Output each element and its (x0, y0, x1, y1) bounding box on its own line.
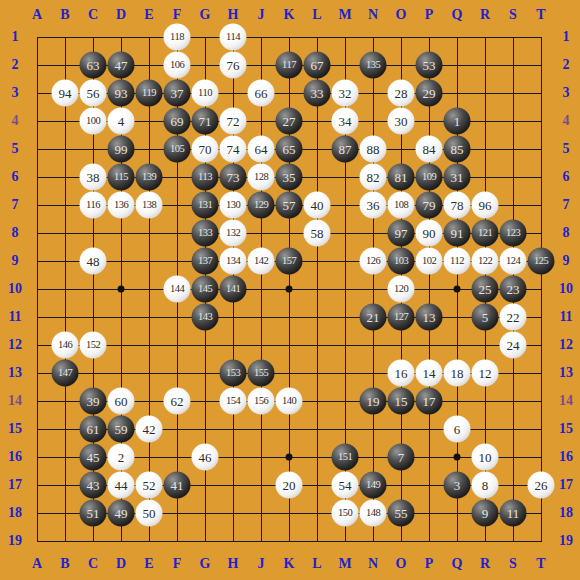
grid-line-vertical (317, 37, 318, 542)
stone-white-8-R17[interactable]: 8 (472, 472, 499, 499)
stone-black-9-R18[interactable]: 9 (472, 500, 499, 527)
row-label-right-5: 5 (563, 142, 570, 156)
stone-black-43-C17[interactable]: 43 (80, 472, 107, 499)
col-label-bottom-B: B (60, 557, 69, 571)
row-label-left-15: 15 (8, 422, 22, 436)
grid-line-horizontal (37, 541, 542, 542)
col-label-top-F: F (173, 8, 182, 22)
stone-white-108-O7[interactable]: 108 (388, 192, 415, 219)
stone-black-131-G7[interactable]: 131 (192, 192, 219, 219)
col-label-top-Q: Q (452, 8, 463, 22)
row-label-left-18: 18 (8, 506, 22, 520)
col-label-top-C: C (88, 8, 98, 22)
stone-white-38-C6[interactable]: 38 (80, 164, 107, 191)
col-label-bottom-F: F (173, 557, 182, 571)
stone-black-139-E6[interactable]: 139 (136, 164, 163, 191)
row-label-right-17: 17 (559, 478, 573, 492)
row-label-right-15: 15 (559, 422, 573, 436)
stone-white-34-M4[interactable]: 34 (332, 108, 359, 135)
col-label-bottom-P: P (425, 557, 434, 571)
stone-black-151-M16[interactable]: 151 (332, 444, 359, 471)
col-label-top-L: L (312, 8, 321, 22)
stone-white-122-R9[interactable]: 122 (472, 248, 499, 275)
stone-white-136-D7[interactable]: 136 (108, 192, 135, 219)
row-label-left-13: 13 (8, 366, 22, 380)
stone-white-148-N18[interactable]: 148 (360, 500, 387, 527)
col-label-top-E: E (144, 8, 153, 22)
col-label-bottom-A: A (32, 557, 42, 571)
stone-white-66-J3[interactable]: 66 (248, 80, 275, 107)
stone-black-23-S10[interactable]: 23 (500, 276, 527, 303)
star-point-K10 (286, 286, 293, 293)
stone-black-73-H6[interactable]: 73 (220, 164, 247, 191)
stone-white-62-F14[interactable]: 62 (164, 388, 191, 415)
go-board[interactable]: AABBCCDDEEFFGGHHJJKKLLMMNNOOPPQQRRSSTT11… (0, 0, 580, 580)
col-label-bottom-H: H (228, 557, 239, 571)
row-label-left-19: 19 (8, 534, 22, 548)
stone-white-24-S12[interactable]: 24 (500, 332, 527, 359)
stone-black-157-K9[interactable]: 157 (276, 248, 303, 275)
stone-white-116-C7[interactable]: 116 (80, 192, 107, 219)
stone-black-109-P6[interactable]: 109 (416, 164, 443, 191)
stone-white-36-N7[interactable]: 36 (360, 192, 387, 219)
stone-black-1-Q4[interactable]: 1 (444, 108, 471, 135)
row-label-right-10: 10 (559, 282, 573, 296)
star-point-Q16 (454, 454, 461, 461)
stone-black-5-R11[interactable]: 5 (472, 304, 499, 331)
stone-black-115-D6[interactable]: 115 (108, 164, 135, 191)
col-label-bottom-O: O (396, 557, 407, 571)
stone-white-146-B12[interactable]: 146 (52, 332, 79, 359)
row-label-left-17: 17 (8, 478, 22, 492)
stone-white-46-G16[interactable]: 46 (192, 444, 219, 471)
grid-line-vertical (541, 37, 542, 542)
row-label-right-3: 3 (563, 86, 570, 100)
col-label-bottom-M: M (338, 557, 351, 571)
stone-black-93-D3[interactable]: 93 (108, 80, 135, 107)
stone-black-99-D5[interactable]: 99 (108, 136, 135, 163)
row-label-left-12: 12 (8, 338, 22, 352)
row-label-left-6: 6 (12, 170, 19, 184)
stone-white-100-C4[interactable]: 100 (80, 108, 107, 135)
col-label-top-T: T (536, 8, 545, 22)
stone-black-155-J13[interactable]: 155 (248, 360, 275, 387)
stone-white-94-B3[interactable]: 94 (52, 80, 79, 107)
stone-white-16-O13[interactable]: 16 (388, 360, 415, 387)
stone-black-119-E3[interactable]: 119 (136, 80, 163, 107)
col-label-bottom-J: J (258, 557, 265, 571)
row-label-left-5: 5 (12, 142, 19, 156)
col-label-bottom-C: C (88, 557, 98, 571)
stone-black-141-H10[interactable]: 141 (220, 276, 247, 303)
stone-white-156-J14[interactable]: 156 (248, 388, 275, 415)
stone-white-20-K17[interactable]: 20 (276, 472, 303, 499)
stone-white-52-E17[interactable]: 52 (136, 472, 163, 499)
stone-black-121-R8[interactable]: 121 (472, 220, 499, 247)
stone-black-103-O9[interactable]: 103 (388, 248, 415, 275)
stone-black-35-K6[interactable]: 35 (276, 164, 303, 191)
stone-black-135-N2[interactable]: 135 (360, 52, 387, 79)
col-label-top-J: J (258, 8, 265, 22)
stone-black-65-K5[interactable]: 65 (276, 136, 303, 163)
stone-white-150-M18[interactable]: 150 (332, 500, 359, 527)
col-label-bottom-S: S (509, 557, 517, 571)
stone-black-153-H13[interactable]: 153 (220, 360, 247, 387)
stone-white-30-O4[interactable]: 30 (388, 108, 415, 135)
col-label-top-R: R (480, 8, 490, 22)
stone-black-147-B13[interactable]: 147 (52, 360, 79, 387)
stone-white-152-C12[interactable]: 152 (80, 332, 107, 359)
stone-white-142-J9[interactable]: 142 (248, 248, 275, 275)
stone-white-90-P8[interactable]: 90 (416, 220, 443, 247)
stone-white-78-Q7[interactable]: 78 (444, 192, 471, 219)
row-label-right-4: 4 (563, 114, 570, 128)
row-label-right-6: 6 (563, 170, 570, 184)
stone-white-10-R16[interactable]: 10 (472, 444, 499, 471)
stone-white-54-M17[interactable]: 54 (332, 472, 359, 499)
row-label-left-10: 10 (8, 282, 22, 296)
row-label-right-2: 2 (563, 58, 570, 72)
stone-black-21-N11[interactable]: 21 (360, 304, 387, 331)
star-point-D10 (118, 286, 125, 293)
stone-white-32-M3[interactable]: 32 (332, 80, 359, 107)
stone-black-113-G6[interactable]: 113 (192, 164, 219, 191)
stone-black-51-C18[interactable]: 51 (80, 500, 107, 527)
row-label-left-8: 8 (12, 226, 19, 240)
col-label-top-A: A (32, 8, 42, 22)
stone-black-63-C2[interactable]: 63 (80, 52, 107, 79)
col-label-top-B: B (60, 8, 69, 22)
col-label-bottom-N: N (368, 557, 378, 571)
row-label-left-9: 9 (12, 254, 19, 268)
stone-white-40-L7[interactable]: 40 (304, 192, 331, 219)
stone-white-12-R13[interactable]: 12 (472, 360, 499, 387)
stone-black-37-F3[interactable]: 37 (164, 80, 191, 107)
stone-black-45-C16[interactable]: 45 (80, 444, 107, 471)
stone-white-102-P9[interactable]: 102 (416, 248, 443, 275)
stone-white-110-G3[interactable]: 110 (192, 80, 219, 107)
grid-line-vertical (429, 37, 430, 542)
stone-white-70-G5[interactable]: 70 (192, 136, 219, 163)
stone-black-57-K7[interactable]: 57 (276, 192, 303, 219)
stone-black-129-J7[interactable]: 129 (248, 192, 275, 219)
stone-black-49-D18[interactable]: 49 (108, 500, 135, 527)
star-point-K16 (286, 454, 293, 461)
grid-line-horizontal (37, 317, 542, 318)
col-label-bottom-R: R (480, 557, 490, 571)
col-label-bottom-G: G (200, 557, 211, 571)
stone-black-19-N14[interactable]: 19 (360, 388, 387, 415)
stone-white-44-D17[interactable]: 44 (108, 472, 135, 499)
star-point-Q10 (454, 286, 461, 293)
stone-black-3-Q17[interactable]: 3 (444, 472, 471, 499)
stone-black-33-L3[interactable]: 33 (304, 80, 331, 107)
stone-white-96-R7[interactable]: 96 (472, 192, 499, 219)
grid-line-vertical (373, 37, 374, 542)
col-label-top-O: O (396, 8, 407, 22)
row-label-right-13: 13 (559, 366, 573, 380)
stone-white-126-N9[interactable]: 126 (360, 248, 387, 275)
row-label-right-8: 8 (563, 226, 570, 240)
stone-black-87-M5[interactable]: 87 (332, 136, 359, 163)
row-label-left-4: 4 (12, 114, 19, 128)
stone-black-7-O16[interactable]: 7 (388, 444, 415, 471)
stone-white-120-O10[interactable]: 120 (388, 276, 415, 303)
stone-white-132-H8[interactable]: 132 (220, 220, 247, 247)
stone-white-130-H7[interactable]: 130 (220, 192, 247, 219)
stone-black-105-F5[interactable]: 105 (164, 136, 191, 163)
row-label-left-7: 7 (12, 198, 19, 212)
stone-white-134-H9[interactable]: 134 (220, 248, 247, 275)
stone-black-79-P7[interactable]: 79 (416, 192, 443, 219)
stone-white-72-H4[interactable]: 72 (220, 108, 247, 135)
stone-white-50-E18[interactable]: 50 (136, 500, 163, 527)
stone-black-55-O18[interactable]: 55 (388, 500, 415, 527)
stone-white-118-F1[interactable]: 118 (164, 24, 191, 51)
col-label-top-D: D (116, 8, 126, 22)
col-label-bottom-L: L (312, 557, 321, 571)
stone-black-41-F17[interactable]: 41 (164, 472, 191, 499)
stone-black-85-Q5[interactable]: 85 (444, 136, 471, 163)
stone-white-48-C9[interactable]: 48 (80, 248, 107, 275)
stone-black-53-P2[interactable]: 53 (416, 52, 443, 79)
stone-black-11-S18[interactable]: 11 (500, 500, 527, 527)
col-label-top-P: P (425, 8, 434, 22)
stone-black-123-S8[interactable]: 123 (500, 220, 527, 247)
stone-black-67-L2[interactable]: 67 (304, 52, 331, 79)
col-label-top-N: N (368, 8, 378, 22)
stone-black-47-D2[interactable]: 47 (108, 52, 135, 79)
stone-white-18-Q13[interactable]: 18 (444, 360, 471, 387)
row-label-right-14: 14 (559, 394, 573, 408)
stone-white-26-T17[interactable]: 26 (528, 472, 555, 499)
col-label-top-M: M (338, 8, 351, 22)
col-label-top-K: K (284, 8, 295, 22)
stone-white-4-D4[interactable]: 4 (108, 108, 135, 135)
stone-white-2-D16[interactable]: 2 (108, 444, 135, 471)
stone-white-114-H1[interactable]: 114 (220, 24, 247, 51)
row-label-right-11: 11 (559, 310, 572, 324)
stone-black-149-N17[interactable]: 149 (360, 472, 387, 499)
row-label-right-19: 19 (559, 534, 573, 548)
row-label-left-1: 1 (12, 30, 19, 44)
stone-white-88-N5[interactable]: 88 (360, 136, 387, 163)
col-label-bottom-T: T (536, 557, 545, 571)
stone-white-124-S9[interactable]: 124 (500, 248, 527, 275)
stone-white-140-K14[interactable]: 140 (276, 388, 303, 415)
stone-black-133-G8[interactable]: 133 (192, 220, 219, 247)
stone-white-74-H5[interactable]: 74 (220, 136, 247, 163)
stone-black-27-K4[interactable]: 27 (276, 108, 303, 135)
row-label-right-12: 12 (559, 338, 573, 352)
stone-black-61-C15[interactable]: 61 (80, 416, 107, 443)
row-label-left-3: 3 (12, 86, 19, 100)
stone-white-42-E15[interactable]: 42 (136, 416, 163, 443)
row-label-right-16: 16 (559, 450, 573, 464)
stone-black-29-P3[interactable]: 29 (416, 80, 443, 107)
stone-black-127-O11[interactable]: 127 (388, 304, 415, 331)
stone-black-25-R10[interactable]: 25 (472, 276, 499, 303)
stone-white-82-N6[interactable]: 82 (360, 164, 387, 191)
stone-white-60-D14[interactable]: 60 (108, 388, 135, 415)
stone-white-76-H2[interactable]: 76 (220, 52, 247, 79)
row-label-left-11: 11 (8, 310, 21, 324)
stone-black-97-O8[interactable]: 97 (388, 220, 415, 247)
row-label-left-14: 14 (8, 394, 22, 408)
stone-white-64-J5[interactable]: 64 (248, 136, 275, 163)
stone-white-28-O3[interactable]: 28 (388, 80, 415, 107)
col-label-top-S: S (509, 8, 517, 22)
grid-line-horizontal (37, 345, 542, 346)
stone-white-6-Q15[interactable]: 6 (444, 416, 471, 443)
stone-white-56-C3[interactable]: 56 (80, 80, 107, 107)
stone-black-143-G11[interactable]: 143 (192, 304, 219, 331)
stone-black-125-T9[interactable]: 125 (528, 248, 555, 275)
stone-black-31-Q6[interactable]: 31 (444, 164, 471, 191)
stone-black-39-C14[interactable]: 39 (80, 388, 107, 415)
row-label-right-7: 7 (563, 198, 570, 212)
stone-white-128-J6[interactable]: 128 (248, 164, 275, 191)
stone-black-15-O14[interactable]: 15 (388, 388, 415, 415)
stone-black-91-Q8[interactable]: 91 (444, 220, 471, 247)
stone-black-59-D15[interactable]: 59 (108, 416, 135, 443)
row-label-right-1: 1 (563, 30, 570, 44)
stone-black-71-G4[interactable]: 71 (192, 108, 219, 135)
stone-black-137-G9[interactable]: 137 (192, 248, 219, 275)
row-label-right-18: 18 (559, 506, 573, 520)
row-label-left-2: 2 (12, 58, 19, 72)
stone-black-17-P14[interactable]: 17 (416, 388, 443, 415)
col-label-bottom-Q: Q (452, 557, 463, 571)
row-label-right-9: 9 (563, 254, 570, 268)
stone-white-144-F10[interactable]: 144 (164, 276, 191, 303)
col-label-bottom-K: K (284, 557, 295, 571)
stone-white-154-H14[interactable]: 154 (220, 388, 247, 415)
stone-black-81-O6[interactable]: 81 (388, 164, 415, 191)
col-label-bottom-E: E (144, 557, 153, 571)
stone-white-84-P5[interactable]: 84 (416, 136, 443, 163)
col-label-top-H: H (228, 8, 239, 22)
row-label-left-16: 16 (8, 450, 22, 464)
stone-black-69-F4[interactable]: 69 (164, 108, 191, 135)
stone-white-112-Q9[interactable]: 112 (444, 248, 471, 275)
stone-white-138-E7[interactable]: 138 (136, 192, 163, 219)
stone-black-145-G10[interactable]: 145 (192, 276, 219, 303)
stone-black-117-K2[interactable]: 117 (276, 52, 303, 79)
stone-white-58-L8[interactable]: 58 (304, 220, 331, 247)
col-label-top-G: G (200, 8, 211, 22)
stone-white-22-S11[interactable]: 22 (500, 304, 527, 331)
stone-white-14-P13[interactable]: 14 (416, 360, 443, 387)
stone-black-13-P11[interactable]: 13 (416, 304, 443, 331)
stone-white-106-F2[interactable]: 106 (164, 52, 191, 79)
col-label-bottom-D: D (116, 557, 126, 571)
